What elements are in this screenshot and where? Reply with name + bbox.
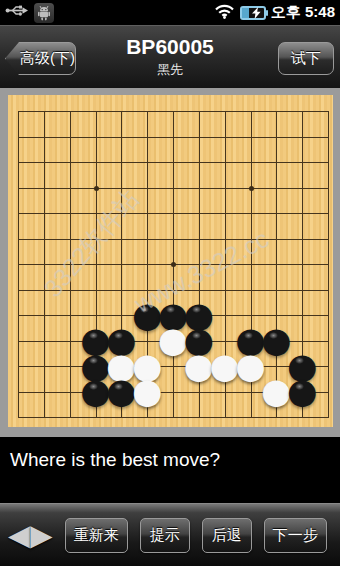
battery-charging-icon	[240, 6, 266, 20]
restart-button[interactable]: 重新来	[65, 518, 128, 553]
message-text: Where is the best move?	[10, 449, 220, 470]
wifi-icon	[214, 3, 235, 23]
message-bar: Where is the best move?	[0, 437, 340, 503]
star-point	[94, 186, 99, 191]
black-stone: ●	[108, 379, 134, 405]
title-bar: BP60005 黑先 高级(下) 试下	[0, 25, 340, 88]
black-stone: ●	[83, 379, 109, 405]
grid-line	[328, 111, 329, 418]
grid-line	[18, 417, 329, 418]
board-area: 3322软件站 www.3322.cc ●●●●●●●●●●●●●●●●●●●●…	[0, 88, 340, 437]
white-stone: ●	[238, 353, 264, 379]
black-stone: ●	[263, 328, 289, 354]
white-stone: ●	[212, 353, 238, 379]
white-stone: ●	[186, 353, 212, 379]
star-point	[249, 186, 254, 191]
status-bar: 오후 5:48	[0, 0, 340, 25]
black-stone: ●	[134, 302, 160, 328]
next-step-button[interactable]: 下一步	[264, 518, 327, 553]
white-stone: ●	[263, 379, 289, 405]
go-board[interactable]: 3322软件站 www.3322.cc ●●●●●●●●●●●●●●●●●●●●…	[8, 95, 333, 427]
black-stone: ●	[289, 379, 315, 405]
white-stone: ●	[160, 328, 186, 354]
usb-icon	[5, 3, 29, 22]
android-icon	[34, 3, 54, 23]
level-back-button[interactable]: 高级(下)	[5, 42, 76, 75]
grid-line	[18, 366, 329, 367]
app-screen: 오후 5:48 BP60005 黑先 高级(下) 试下 3322软件站 www.…	[0, 0, 340, 566]
clock-text: 오후 5:48	[271, 3, 335, 22]
toolbar: ◀ ▶ 重新来 提示 后退 下一步	[0, 503, 340, 566]
white-stone: ●	[134, 379, 160, 405]
try-move-button[interactable]: 试下	[278, 42, 334, 75]
prev-move-arrow-button[interactable]: ◀	[8, 521, 30, 550]
hint-button[interactable]: 提示	[140, 518, 190, 553]
star-point	[171, 262, 176, 267]
watermark-text: 3322软件站	[37, 183, 146, 304]
undo-button[interactable]: 后退	[202, 518, 252, 553]
grid-line	[18, 290, 329, 291]
next-move-arrow-button[interactable]: ▶	[30, 521, 52, 550]
